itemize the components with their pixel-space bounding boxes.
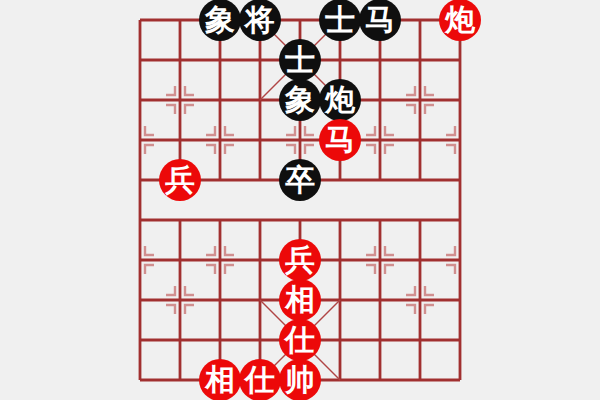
piece-red-king[interactable]: 帅 <box>279 359 321 400</box>
piece-black-elephant[interactable]: 象 <box>199 0 241 41</box>
board-point-4-9: 帅 <box>280 360 320 400</box>
board-point-1-4: 兵 <box>160 160 200 200</box>
board-point-5-3: 马 <box>320 120 360 160</box>
piece-red-advisor[interactable]: 仕 <box>239 359 281 400</box>
board-point-2-0: 象 <box>200 0 240 40</box>
piece-black-pawn[interactable]: 卒 <box>279 159 321 201</box>
board-point-5-0: 士 <box>320 0 360 40</box>
piece-black-cannon[interactable]: 炮 <box>319 79 361 121</box>
xiangqi-diagram: 象将士马炮士象炮马兵卒兵相仕相仕帅 <box>0 0 600 400</box>
board-point-4-4: 卒 <box>280 160 320 200</box>
piece-red-elephant[interactable]: 相 <box>279 279 321 321</box>
board-point-3-9: 仕 <box>240 360 280 400</box>
board-point-3-0: 将 <box>240 0 280 40</box>
board-point-4-7: 相 <box>280 280 320 320</box>
piece-black-horse[interactable]: 马 <box>359 0 401 41</box>
board-point-8-0: 炮 <box>440 0 480 40</box>
board-point-6-0: 马 <box>360 0 400 40</box>
piece-black-elephant[interactable]: 象 <box>279 79 321 121</box>
piece-red-cannon[interactable]: 炮 <box>439 0 481 41</box>
board-point-5-2: 炮 <box>320 80 360 120</box>
piece-black-advisor[interactable]: 士 <box>279 39 321 81</box>
piece-red-pawn[interactable]: 兵 <box>159 159 201 201</box>
board-point-4-6: 兵 <box>280 240 320 280</box>
board-point-4-1: 士 <box>280 40 320 80</box>
board-point-4-8: 仕 <box>280 320 320 360</box>
piece-red-pawn[interactable]: 兵 <box>279 239 321 281</box>
piece-red-elephant[interactable]: 相 <box>199 359 241 400</box>
pieces-grid: 象将士马炮士象炮马兵卒兵相仕相仕帅 <box>120 0 480 400</box>
piece-black-king[interactable]: 将 <box>239 0 281 41</box>
piece-red-horse[interactable]: 马 <box>319 119 361 161</box>
board-point-4-2: 象 <box>280 80 320 120</box>
piece-red-advisor[interactable]: 仕 <box>279 319 321 361</box>
board-point-2-9: 相 <box>200 360 240 400</box>
piece-black-advisor[interactable]: 士 <box>319 0 361 41</box>
